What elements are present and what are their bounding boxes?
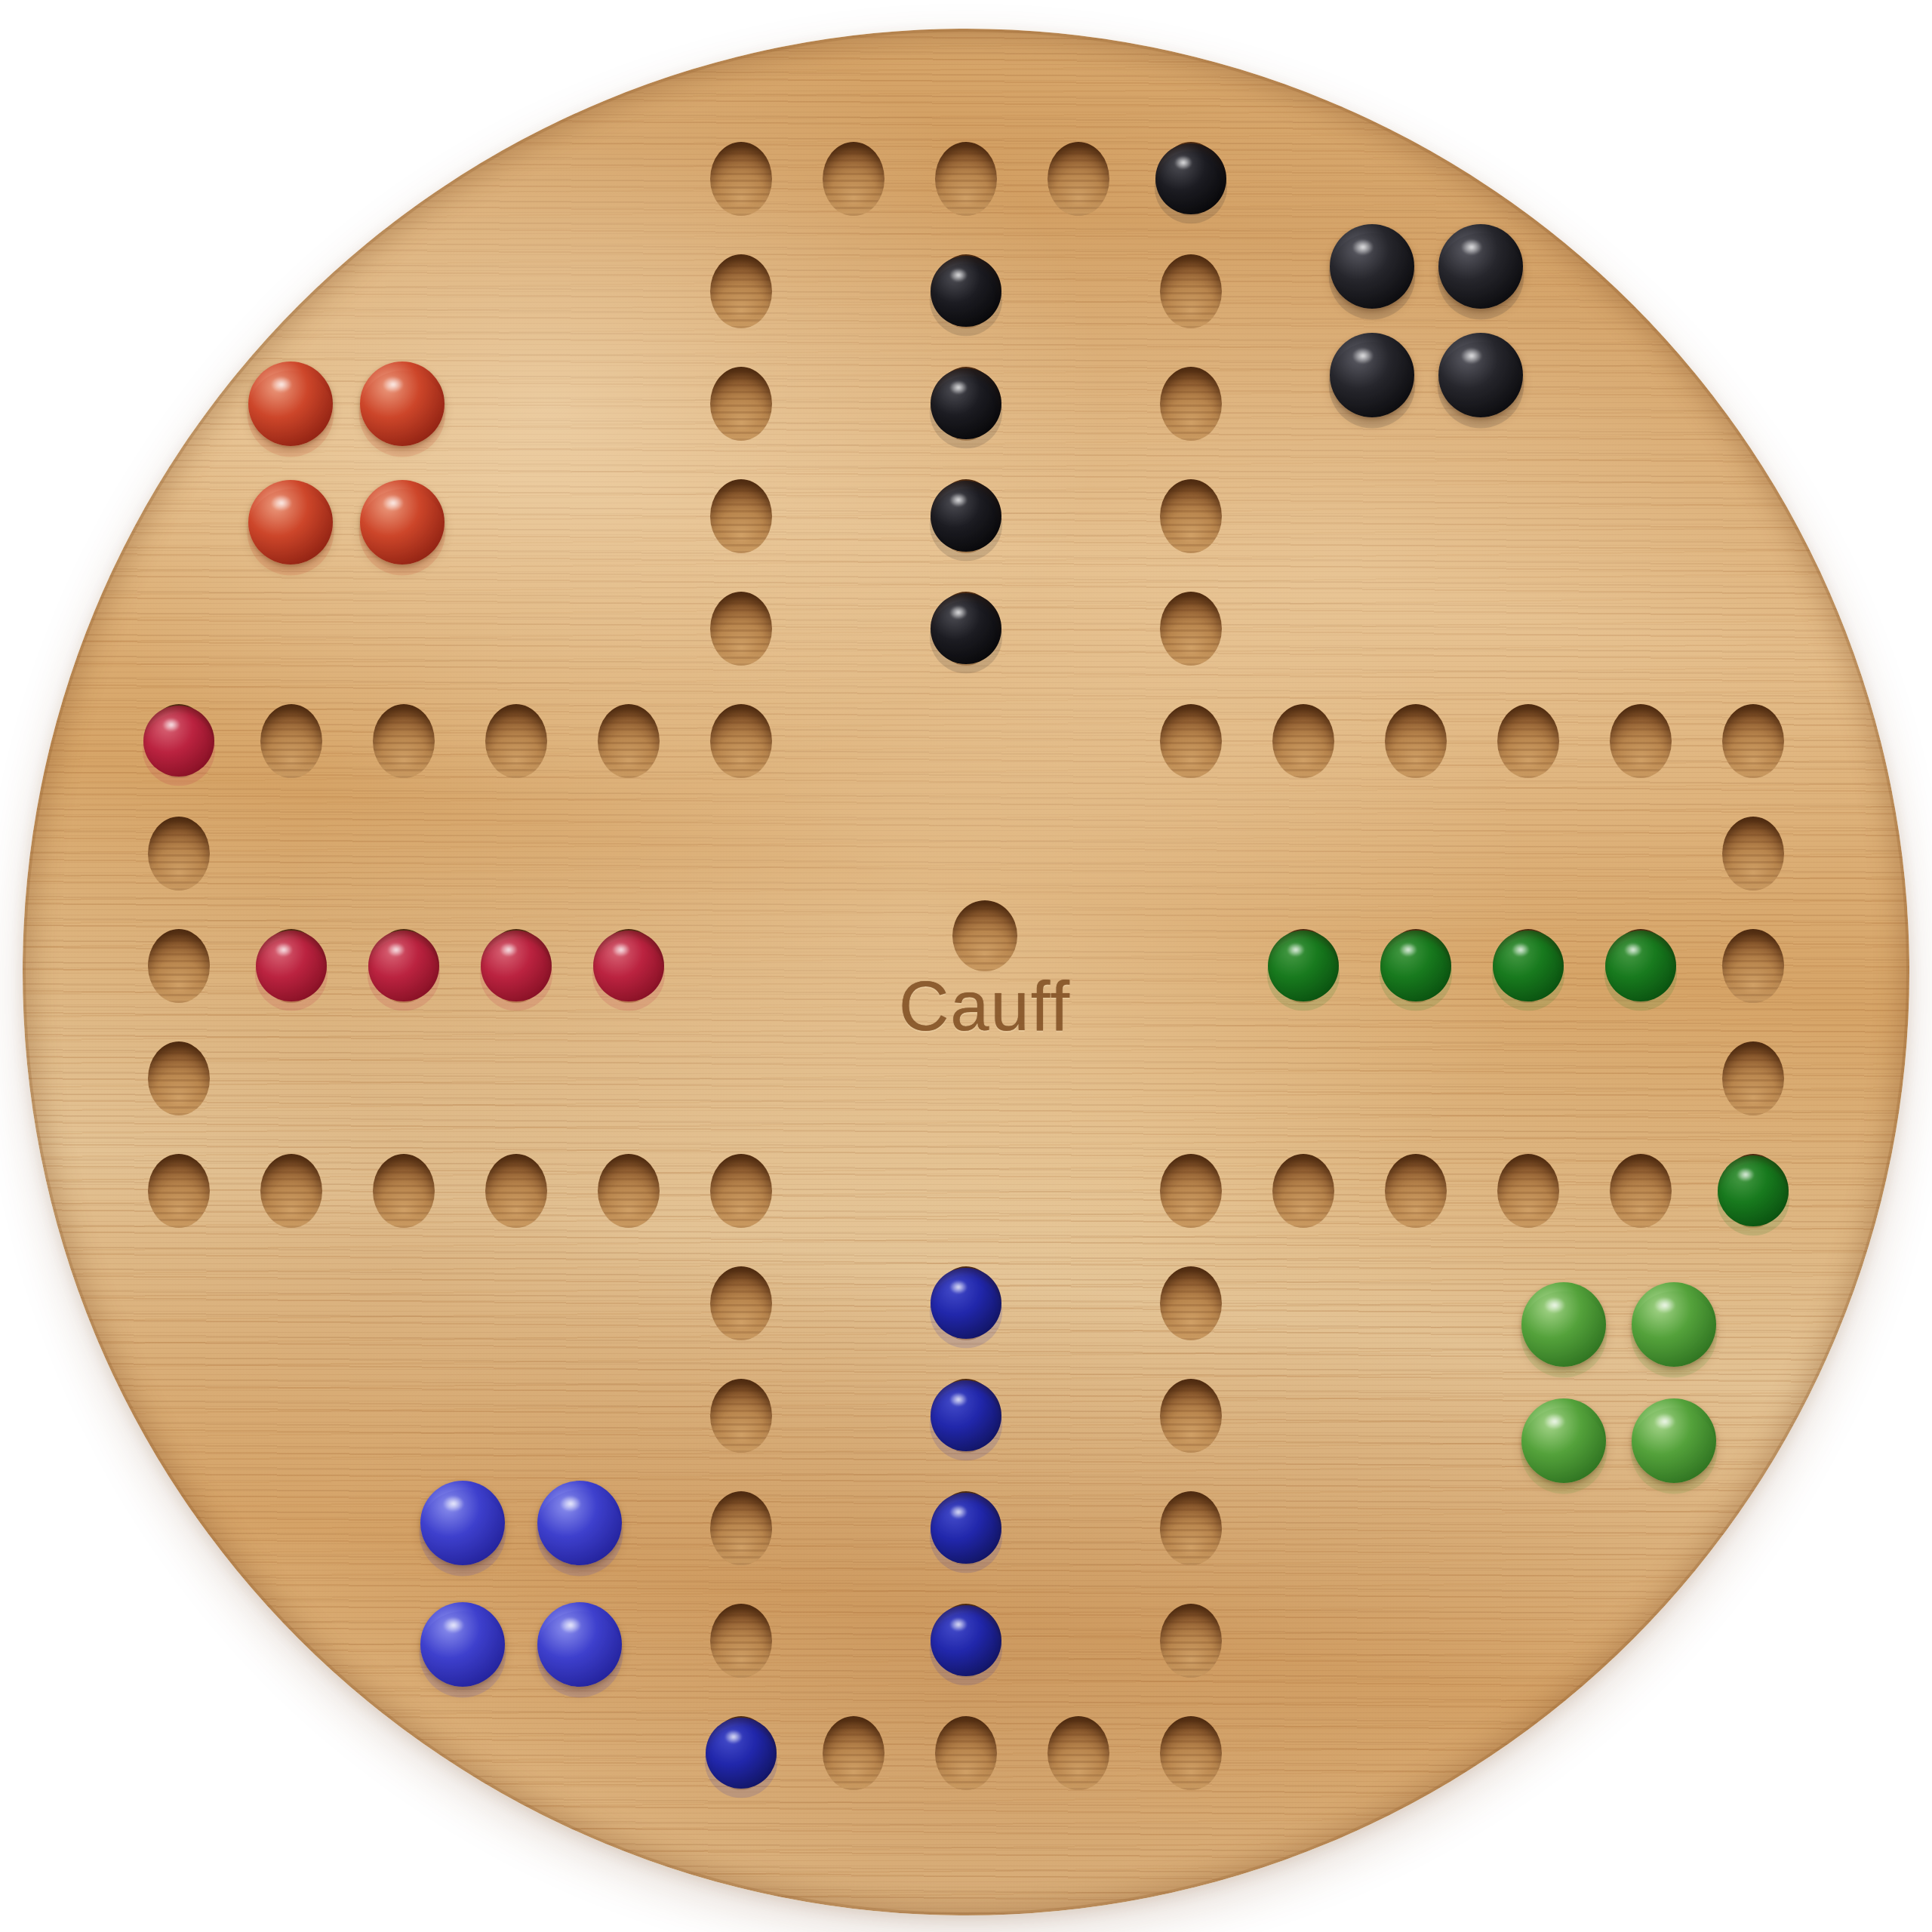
- hole-track-2[interactable]: [935, 142, 997, 216]
- hole-track-49[interactable]: [485, 704, 547, 778]
- hole-track-41[interactable]: [260, 1154, 322, 1228]
- marble-green-home-3[interactable]: ●: [1493, 931, 1564, 1001]
- hole-track-38[interactable]: [598, 1154, 660, 1228]
- aggravation-board: Cauff ●●●●●●●●●●●●●●●●●●●●●●●●●●●●●●●●●●…: [23, 29, 1909, 1915]
- marble-red-home-3[interactable]: ●: [481, 931, 552, 1001]
- hole-track-16[interactable]: [1722, 929, 1784, 1003]
- hole-track-25[interactable]: [1160, 1379, 1222, 1453]
- hole-track-28[interactable]: [1160, 1716, 1222, 1790]
- hole-track-43[interactable]: [148, 1041, 210, 1115]
- hole-track-1[interactable]: [823, 142, 884, 216]
- hole-track-40[interactable]: [373, 1154, 435, 1228]
- marble-black-home-2[interactable]: ●: [931, 368, 1001, 439]
- hole-track-20[interactable]: [1497, 1154, 1559, 1228]
- marble-green-start-3[interactable]: ●: [1521, 1398, 1606, 1483]
- hole-track-42[interactable]: [148, 1154, 210, 1228]
- hole-track-24[interactable]: [1160, 1266, 1222, 1340]
- marble-black-start-3[interactable]: ●: [1330, 333, 1414, 417]
- hole-track-11[interactable]: [1385, 704, 1447, 778]
- hole-track-29[interactable]: [1048, 1716, 1109, 1790]
- hole-track-23[interactable]: [1160, 1154, 1222, 1228]
- hole-track-27[interactable]: [1160, 1604, 1222, 1678]
- hole-track-5[interactable]: [1160, 254, 1222, 328]
- hole-track-10[interactable]: [1272, 704, 1334, 778]
- hole-track-52[interactable]: [710, 592, 772, 666]
- marble-blue-start-1[interactable]: ●: [420, 1481, 505, 1565]
- marble-black-home-1[interactable]: ●: [931, 256, 1001, 327]
- hole-track-26[interactable]: [1160, 1491, 1222, 1565]
- hole-track-47[interactable]: [260, 704, 322, 778]
- marble-green-start-1[interactable]: ●: [1521, 1282, 1606, 1367]
- marble-green-home-2[interactable]: ●: [1380, 931, 1451, 1001]
- hole-track-19[interactable]: [1610, 1154, 1672, 1228]
- marble-black-home-3[interactable]: ●: [931, 481, 1001, 552]
- marble-red-track-hole-46[interactable]: ●: [143, 706, 214, 777]
- marble-green-start-4[interactable]: ●: [1632, 1398, 1716, 1483]
- hole-track-36[interactable]: [710, 1266, 772, 1340]
- marble-red-start-2[interactable]: ●: [360, 361, 445, 446]
- hole-track-55[interactable]: [710, 254, 772, 328]
- product-photo-stage: Cauff ●●●●●●●●●●●●●●●●●●●●●●●●●●●●●●●●●●…: [0, 0, 1932, 1932]
- marble-black-track-hole-4[interactable]: ●: [1155, 143, 1226, 214]
- marble-red-start-1[interactable]: ●: [248, 361, 333, 446]
- hole-track-8[interactable]: [1160, 592, 1222, 666]
- marble-green-home-1[interactable]: ●: [1268, 931, 1339, 1001]
- hole-track-14[interactable]: [1722, 704, 1784, 778]
- marble-black-start-1[interactable]: ●: [1330, 224, 1414, 309]
- marble-blue-home-2[interactable]: ●: [931, 1380, 1001, 1451]
- marble-red-start-3[interactable]: ●: [248, 480, 333, 565]
- hole-track-53[interactable]: [710, 479, 772, 553]
- marble-red-home-2[interactable]: ●: [368, 931, 439, 1001]
- marble-green-start-2[interactable]: ●: [1632, 1282, 1716, 1367]
- marble-black-start-2[interactable]: ●: [1438, 224, 1523, 309]
- hole-track-0[interactable]: [710, 142, 772, 216]
- marble-red-home-4[interactable]: ●: [593, 931, 664, 1001]
- hole-track-37[interactable]: [710, 1154, 772, 1228]
- hole-track-7[interactable]: [1160, 479, 1222, 553]
- hole-track-15[interactable]: [1722, 817, 1784, 891]
- hole-track-54[interactable]: [710, 367, 772, 441]
- hole-track-31[interactable]: [823, 1716, 884, 1790]
- marble-black-start-4[interactable]: ●: [1438, 333, 1523, 417]
- marble-green-home-4[interactable]: ●: [1605, 931, 1676, 1001]
- marble-blue-track-hole-32[interactable]: ●: [706, 1718, 777, 1789]
- hole-track-45[interactable]: [148, 817, 210, 891]
- hole-center[interactable]: [952, 900, 1017, 971]
- hole-track-3[interactable]: [1048, 142, 1109, 216]
- marble-blue-start-2[interactable]: ●: [537, 1481, 622, 1565]
- hole-track-12[interactable]: [1497, 704, 1559, 778]
- hole-track-21[interactable]: [1385, 1154, 1447, 1228]
- marble-red-start-4[interactable]: ●: [360, 480, 445, 565]
- marble-red-home-1[interactable]: ●: [256, 931, 327, 1001]
- hole-track-34[interactable]: [710, 1491, 772, 1565]
- marble-black-home-4[interactable]: ●: [931, 593, 1001, 664]
- marble-blue-home-4[interactable]: ●: [931, 1605, 1001, 1676]
- hole-track-22[interactable]: [1272, 1154, 1334, 1228]
- marble-green-track-hole-18[interactable]: ●: [1718, 1155, 1789, 1226]
- hole-track-30[interactable]: [935, 1716, 997, 1790]
- marble-blue-home-3[interactable]: ●: [931, 1493, 1001, 1564]
- hole-track-50[interactable]: [598, 704, 660, 778]
- marble-blue-home-1[interactable]: ●: [931, 1268, 1001, 1339]
- hole-track-51[interactable]: [710, 704, 772, 778]
- hole-track-33[interactable]: [710, 1604, 772, 1678]
- hole-track-13[interactable]: [1610, 704, 1672, 778]
- hole-track-6[interactable]: [1160, 367, 1222, 441]
- hole-track-17[interactable]: [1722, 1041, 1784, 1115]
- brand-engraving: Cauff: [899, 967, 1071, 1046]
- hole-track-35[interactable]: [710, 1379, 772, 1453]
- hole-track-44[interactable]: [148, 929, 210, 1003]
- hole-track-48[interactable]: [373, 704, 435, 778]
- hole-track-9[interactable]: [1160, 704, 1222, 778]
- marble-blue-start-3[interactable]: ●: [420, 1602, 505, 1687]
- hole-track-39[interactable]: [485, 1154, 547, 1228]
- marble-blue-start-4[interactable]: ●: [537, 1602, 622, 1687]
